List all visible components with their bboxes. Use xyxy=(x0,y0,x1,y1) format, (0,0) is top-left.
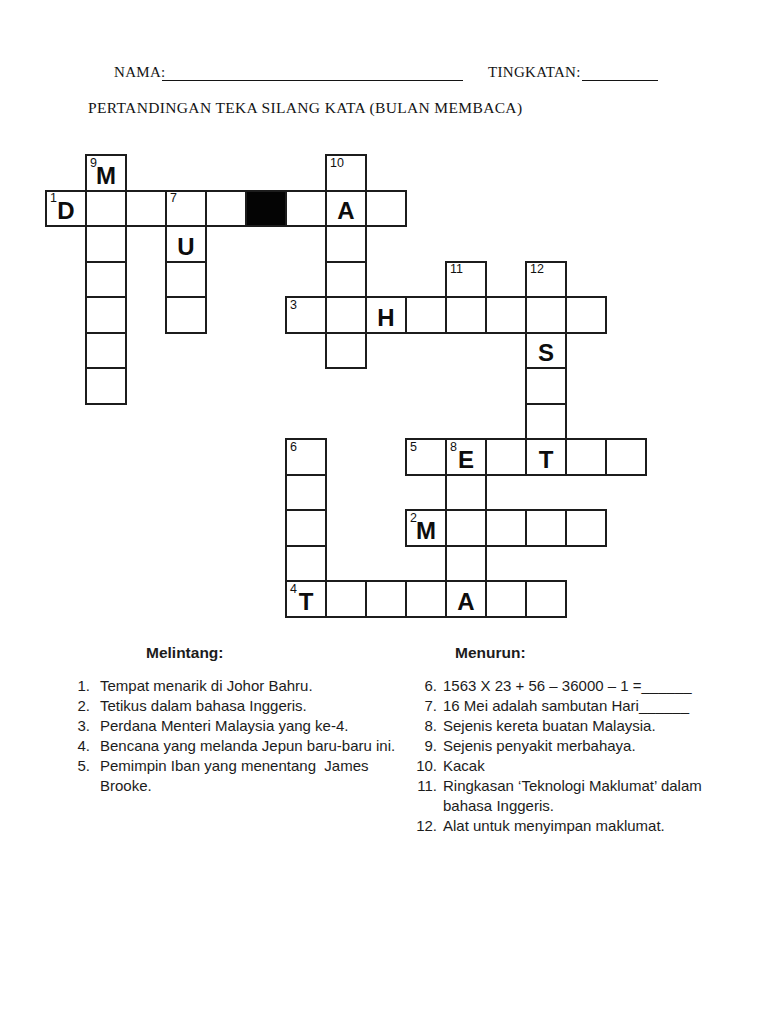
cell-clue-number: 11 xyxy=(450,263,463,276)
clue-number: 7. xyxy=(403,696,437,716)
grid-cell[interactable]: 4T xyxy=(285,580,327,618)
down-clue-list: 6.1563 X 23 + 56 – 36000 – 1 =______7.16… xyxy=(403,676,708,836)
grid-cell[interactable]: A xyxy=(325,190,367,228)
cell-letter: M xyxy=(87,164,125,188)
clue-text: Tempat menarik di Johor Bahru. xyxy=(100,676,396,696)
grid-cell[interactable] xyxy=(445,509,487,547)
grid-cell[interactable]: 11 xyxy=(445,261,487,299)
tingkatan-label: TINGKATAN: xyxy=(488,64,581,81)
clue-text: Alat untuk menyimpan maklumat. xyxy=(443,816,705,836)
cell-letter: H xyxy=(367,306,405,330)
grid-cell[interactable] xyxy=(565,509,607,547)
grid-cell[interactable] xyxy=(525,509,567,547)
grid-cell[interactable] xyxy=(165,296,207,334)
clue-item: 7.16 Mei adalah sambutan Hari______ xyxy=(403,696,708,716)
clue-item: 8.Sejenis kereta buatan Malaysia. xyxy=(403,716,708,736)
clue-item: 4.Bencana yang melanda Jepun baru-baru i… xyxy=(60,736,400,756)
cell-letter: T xyxy=(287,590,325,614)
cell-clue-number: 12 xyxy=(530,263,544,276)
grid-cell[interactable]: 10 xyxy=(325,154,367,192)
across-heading: Melintang: xyxy=(146,644,400,661)
grid-cell[interactable] xyxy=(165,261,207,299)
grid-cell[interactable]: S xyxy=(525,332,567,370)
grid-cell[interactable] xyxy=(565,296,607,334)
clue-text: Sejenis kereta buatan Malaysia. xyxy=(443,716,705,736)
down-heading: Menurun: xyxy=(455,644,708,661)
grid-cell[interactable] xyxy=(285,509,327,547)
grid-cell[interactable] xyxy=(85,190,127,228)
clue-item: 2.Tetikus dalam bahasa Inggeris. xyxy=(60,696,400,716)
clue-text: Perdana Menteri Malaysia yang ke-4. xyxy=(100,716,396,736)
clue-item: 11.Ringkasan ‘Teknologi Maklumat’ dalam … xyxy=(403,776,708,816)
clue-number: 11. xyxy=(403,776,437,816)
cell-clue-number: 10 xyxy=(330,157,344,170)
grid-cell[interactable] xyxy=(325,225,367,263)
grid-cell[interactable] xyxy=(405,296,447,334)
grid-cell[interactable] xyxy=(85,261,127,299)
clue-item: 3.Perdana Menteri Malaysia yang ke-4. xyxy=(60,716,400,736)
grid-cell[interactable]: A xyxy=(445,580,487,618)
grid-cell[interactable] xyxy=(445,296,487,334)
clue-number: 3. xyxy=(60,716,90,736)
grid-cell[interactable] xyxy=(485,509,527,547)
cell-clue-number: 3 xyxy=(290,299,297,312)
grid-cell[interactable] xyxy=(405,580,447,618)
grid-cell[interactable] xyxy=(325,332,367,370)
clue-item: 6.1563 X 23 + 56 – 36000 – 1 =______ xyxy=(403,676,708,696)
grid-cell[interactable] xyxy=(285,190,327,228)
grid-cell[interactable] xyxy=(485,580,527,618)
grid-cell[interactable]: 6 xyxy=(285,438,327,476)
grid-cell[interactable] xyxy=(525,580,567,618)
clue-number: 2. xyxy=(60,696,90,716)
grid-cell[interactable] xyxy=(85,296,127,334)
clue-item: 10.Kacak xyxy=(403,756,708,776)
grid-cell[interactable] xyxy=(325,296,367,334)
black-cell xyxy=(245,190,287,228)
cell-letter: A xyxy=(327,199,365,223)
clue-number: 10. xyxy=(403,756,437,776)
grid-cell[interactable]: 2M xyxy=(405,509,447,547)
grid-cell[interactable]: 12 xyxy=(525,261,567,299)
clue-number: 1. xyxy=(60,676,90,696)
clue-number: 9. xyxy=(403,736,437,756)
grid-cell[interactable] xyxy=(285,545,327,583)
grid-cell[interactable] xyxy=(525,403,567,441)
grid-cell[interactable] xyxy=(365,580,407,618)
clue-text: 16 Mei adalah sambutan Hari______ xyxy=(443,696,705,716)
clue-number: 5. xyxy=(60,756,90,796)
grid-cell[interactable] xyxy=(85,367,127,405)
grid-cell[interactable] xyxy=(205,190,247,228)
worksheet-page: { "page": {"background": "#ffffff", "ink… xyxy=(0,0,768,1024)
cell-letter: D xyxy=(47,199,85,223)
clue-text: 1563 X 23 + 56 – 36000 – 1 =______ xyxy=(443,676,705,696)
cell-clue-number: 7 xyxy=(170,192,177,205)
clue-item: 1.Tempat menarik di Johor Bahru. xyxy=(60,676,400,696)
grid-cell[interactable] xyxy=(325,261,367,299)
cell-clue-number: 6 xyxy=(290,441,297,454)
clue-text: Sejenis penyakit merbahaya. xyxy=(443,736,705,756)
grid-cell[interactable]: 1D xyxy=(45,190,87,228)
grid-cell[interactable] xyxy=(125,190,167,228)
cell-clue-number: 5 xyxy=(410,441,417,454)
cell-letter: T xyxy=(527,448,565,472)
grid-cell[interactable]: 7 xyxy=(165,190,207,228)
cell-letter: M xyxy=(407,519,445,543)
grid-cell[interactable] xyxy=(85,225,127,263)
crossword-board: 9M101D7AU11123HS658ET2M4TA xyxy=(45,154,649,620)
clue-number: 12. xyxy=(403,816,437,836)
cell-letter: E xyxy=(447,448,485,472)
page-title: PERTANDINGAN TEKA SILANG KATA (BULAN MEM… xyxy=(88,99,522,117)
grid-cell[interactable] xyxy=(485,296,527,334)
grid-cell[interactable] xyxy=(605,438,647,476)
clue-number: 8. xyxy=(403,716,437,736)
nama-blank-line xyxy=(162,80,463,81)
grid-cell[interactable]: T xyxy=(525,438,567,476)
grid-cell[interactable] xyxy=(325,580,367,618)
grid-cell[interactable] xyxy=(365,190,407,228)
grid-cell[interactable]: U xyxy=(165,225,207,263)
clue-item: 12.Alat untuk menyimpan maklumat. xyxy=(403,816,708,836)
cell-letter: A xyxy=(447,590,485,614)
grid-cell[interactable] xyxy=(565,438,607,476)
across-clue-list: 1.Tempat menarik di Johor Bahru.2.Tetiku… xyxy=(60,676,400,796)
cell-letter: U xyxy=(167,235,205,259)
across-clues-section: Melintang: 1.Tempat menarik di Johor Bah… xyxy=(60,644,400,796)
grid-cell[interactable]: H xyxy=(365,296,407,334)
clue-text: Pemimpin Iban yang menentang James Brook… xyxy=(100,756,396,796)
grid-cell[interactable] xyxy=(445,545,487,583)
grid-cell[interactable]: 5 xyxy=(405,438,447,476)
grid-cell[interactable] xyxy=(445,474,487,512)
clue-number: 6. xyxy=(403,676,437,696)
grid-cell[interactable]: 3 xyxy=(285,296,327,334)
grid-cell[interactable]: 9M xyxy=(85,154,127,192)
grid-cell[interactable] xyxy=(525,367,567,405)
clue-text: Kacak xyxy=(443,756,705,776)
down-clues-section: Menurun: 6.1563 X 23 + 56 – 36000 – 1 =_… xyxy=(403,644,708,836)
grid-cell[interactable] xyxy=(85,332,127,370)
cell-letter: S xyxy=(527,341,565,365)
clue-text: Ringkasan ‘Teknologi Maklumat’ dalam bah… xyxy=(443,776,705,816)
clue-item: 5.Pemimpin Iban yang menentang James Bro… xyxy=(60,756,400,796)
grid-cell[interactable] xyxy=(485,438,527,476)
clue-text: Bencana yang melanda Jepun baru-baru ini… xyxy=(100,736,396,756)
grid-cell[interactable] xyxy=(285,474,327,512)
clue-item: 9.Sejenis penyakit merbahaya. xyxy=(403,736,708,756)
nama-label: NAMA: xyxy=(114,64,166,81)
clue-number: 4. xyxy=(60,736,90,756)
grid-cell[interactable]: 8E xyxy=(445,438,487,476)
clue-text: Tetikus dalam bahasa Inggeris. xyxy=(100,696,396,716)
tingkatan-blank-line xyxy=(582,80,658,81)
grid-cell[interactable] xyxy=(525,296,567,334)
